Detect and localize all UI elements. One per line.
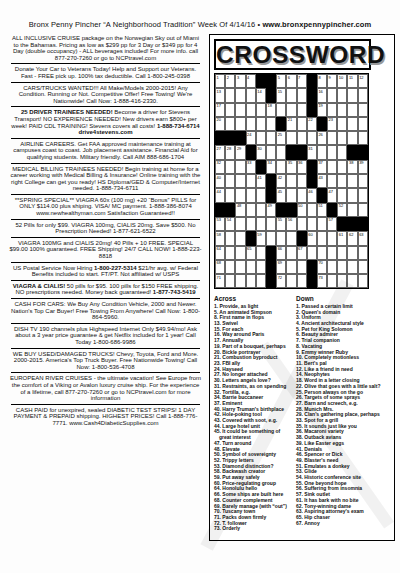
grid-cell[interactable]: 23 <box>327 117 337 131</box>
grid-cell[interactable]: 63 <box>358 231 368 245</box>
grid-cell[interactable] <box>256 203 266 217</box>
ad-divider <box>11 138 200 139</box>
grid-cell[interactable]: 65 <box>246 246 256 260</box>
classified-ad: CARS/TRUCKS WANTED!!! All Make/Models 20… <box>7 84 204 106</box>
cell-number: 16 <box>318 89 322 94</box>
black-cell <box>266 274 276 288</box>
cell-number: 70 <box>318 260 322 265</box>
cell-number: 73 <box>318 275 322 280</box>
grid-cell[interactable]: 44 <box>215 188 225 202</box>
grid-cell[interactable]: 41 <box>256 174 266 188</box>
grid-cell[interactable]: 24 <box>246 131 256 145</box>
grid-cell[interactable]: 18 <box>266 103 276 117</box>
clue-item: 73. Orderly <box>214 526 291 532</box>
black-cell <box>225 203 235 217</box>
grid-cell[interactable] <box>317 145 327 159</box>
grid-cell[interactable]: 35 <box>286 160 296 174</box>
black-cell <box>317 117 327 131</box>
grid-cell[interactable] <box>256 188 266 202</box>
grid-cell[interactable]: 50 <box>297 203 307 217</box>
grid-cell[interactable] <box>225 117 235 131</box>
grid-cell[interactable] <box>225 274 235 288</box>
grid-cell[interactable]: 66 <box>276 246 286 260</box>
grid-cell[interactable] <box>235 88 245 102</box>
grid-cell[interactable]: 47 <box>327 188 337 202</box>
grid-cell[interactable] <box>246 260 256 274</box>
grid-cell[interactable]: 39 <box>358 160 368 174</box>
grid-cell[interactable]: 21 <box>286 117 296 131</box>
grid-cell[interactable] <box>225 160 235 174</box>
grid-cell[interactable]: 54 <box>225 217 235 231</box>
cell-number: 37 <box>318 160 322 165</box>
cell-number: 64 <box>217 246 221 251</box>
grid-cell[interactable] <box>256 246 266 260</box>
grid-cell[interactable]: 56 <box>286 217 296 231</box>
grid-cell[interactable] <box>347 103 357 117</box>
black-cell <box>358 217 368 231</box>
classified-ad: EUROPEAN RIVER CRUISES - the ultimate va… <box>7 374 204 402</box>
cell-number: 53 <box>217 217 221 222</box>
grid-cell[interactable] <box>337 103 347 117</box>
grid-cell[interactable] <box>327 103 337 117</box>
black-cell <box>307 74 317 88</box>
grid-cell[interactable] <box>347 274 357 288</box>
grid-cell[interactable]: 29 <box>235 145 245 159</box>
grid-cell[interactable]: 28 <box>225 145 235 159</box>
grid-cell[interactable]: 64 <box>215 246 225 260</box>
grid-cell[interactable]: 59 <box>256 231 266 245</box>
cell-number: 51 <box>318 203 322 208</box>
black-cell <box>307 274 317 288</box>
grid-cell[interactable]: 45 <box>276 188 286 202</box>
cell-number: 27 <box>217 146 221 151</box>
cell-number: 34 <box>267 160 271 165</box>
grid-cell[interactable]: 13 <box>215 88 225 102</box>
grid-cell[interactable] <box>297 217 307 231</box>
grid-cell[interactable]: 17 <box>215 103 225 117</box>
cell-number: 10 <box>339 75 343 80</box>
grid-cell[interactable] <box>246 103 256 117</box>
grid-cell[interactable]: 5 <box>276 74 286 88</box>
grid-cell[interactable] <box>235 117 245 131</box>
cell-number: 60 <box>308 232 312 237</box>
grid-cell[interactable] <box>286 274 296 288</box>
grid-cell[interactable] <box>276 231 286 245</box>
grid-cell[interactable] <box>358 260 368 274</box>
grid-cell[interactable] <box>337 274 347 288</box>
grid-cell[interactable] <box>358 117 368 131</box>
grid-cell[interactable] <box>235 174 245 188</box>
cell-number: 57 <box>329 217 333 222</box>
grid-cell[interactable]: 60 <box>307 231 317 245</box>
grid-cell[interactable] <box>297 188 307 202</box>
cell-number: 58 <box>217 232 221 237</box>
grid-cell[interactable] <box>327 131 337 145</box>
grid-cell[interactable] <box>286 131 296 145</box>
cell-number: 56 <box>288 217 292 222</box>
grid-cell[interactable]: 19 <box>317 103 327 117</box>
cell-number: 66 <box>278 246 282 251</box>
ad-divider <box>11 237 200 238</box>
cell-number: 46 <box>308 189 312 194</box>
classified-ad: VIAGRA & CIALIS! 50 pills for $95. 100 p… <box>7 282 204 297</box>
grid-cell[interactable] <box>246 188 256 202</box>
black-cell <box>266 174 276 188</box>
grid-cell[interactable] <box>225 174 235 188</box>
grid-cell[interactable] <box>256 131 266 145</box>
classified-ad: WE BUY USED/DAMAGED TRUCKS! Chevy, Toyot… <box>7 350 204 372</box>
grid-cell[interactable] <box>266 231 276 245</box>
cell-number: 7 <box>298 75 300 80</box>
cell-number: 20 <box>217 117 221 122</box>
cell-number: 14 <box>257 89 261 94</box>
grid-cell[interactable]: 46 <box>307 188 317 202</box>
ad-divider <box>11 82 200 83</box>
ad-divider <box>11 106 200 107</box>
cell-number: 61 <box>339 232 343 237</box>
grid-cell[interactable] <box>235 274 245 288</box>
grid-cell[interactable]: 14 <box>256 88 266 102</box>
grid-cell[interactable] <box>337 174 347 188</box>
black-cell <box>215 203 225 217</box>
ad-divider <box>11 163 200 164</box>
grid-cell[interactable] <box>347 174 357 188</box>
black-cell <box>266 260 276 274</box>
cell-number: 8 <box>318 75 320 80</box>
grid-cell[interactable] <box>276 160 286 174</box>
grid-cell[interactable] <box>225 188 235 202</box>
cell-number: 45 <box>278 189 282 194</box>
grid-cell[interactable] <box>235 260 245 274</box>
grid-cell[interactable]: 4 <box>246 74 256 88</box>
grid-cell[interactable]: 61 <box>337 231 347 245</box>
grid-cell[interactable]: 11 <box>347 74 357 88</box>
grid-cell[interactable]: 3 <box>235 74 245 88</box>
grid-cell[interactable]: 69 <box>276 260 286 274</box>
ad-divider <box>11 262 200 263</box>
grid-cell[interactable]: 71 <box>215 274 225 288</box>
cell-number: 18 <box>267 103 271 108</box>
grid-cell[interactable]: 33 <box>246 160 256 174</box>
cell-number: 40 <box>217 175 221 180</box>
grid-cell[interactable] <box>347 246 357 260</box>
grid-cell[interactable] <box>286 103 296 117</box>
grid-cell[interactable] <box>327 88 337 102</box>
grid-cell[interactable] <box>337 188 347 202</box>
black-cell <box>235 131 245 145</box>
grid-cell[interactable] <box>225 246 235 260</box>
grid-cell[interactable] <box>337 131 347 145</box>
grid-cell[interactable] <box>327 231 337 245</box>
grid-cell[interactable]: 36 <box>297 160 307 174</box>
crossword-grid: 1234567891011121314151617181920212223242… <box>214 73 369 289</box>
grid-cell[interactable] <box>266 131 276 145</box>
grid-cell[interactable] <box>246 274 256 288</box>
grid-cell[interactable] <box>337 88 347 102</box>
grid-cell[interactable] <box>347 88 357 102</box>
grid-cell[interactable]: 2 <box>225 74 235 88</box>
grid-cell[interactable] <box>337 246 347 260</box>
grid-cell[interactable] <box>246 203 256 217</box>
grid-cell[interactable] <box>266 217 276 231</box>
grid-cell[interactable] <box>297 174 307 188</box>
grid-cell[interactable]: 51 <box>317 203 327 217</box>
crossword-feature: CROSSWORD 123456789101112131415161718192… <box>209 34 395 541</box>
grid-cell[interactable] <box>297 274 307 288</box>
across-clues: Across 1. Provide, as light5. An animate… <box>214 295 291 532</box>
classified-ad: CASH FOR CARS: We Buy Any Condition Vehi… <box>7 300 204 322</box>
grid-cell[interactable] <box>225 260 235 274</box>
classified-ad: ALL INCLUSIVE CRUISE package on the Norw… <box>7 34 204 62</box>
grid-cell[interactable] <box>225 103 235 117</box>
grid-cell[interactable]: 20 <box>215 117 225 131</box>
grid-cell[interactable]: 43 <box>317 174 327 188</box>
down-clues: Down 1. Passed a certain limit2. Queen's… <box>296 295 391 532</box>
grid-cell[interactable] <box>347 188 357 202</box>
grid-cell[interactable] <box>256 260 266 274</box>
grid-cell[interactable] <box>327 274 337 288</box>
grid-cell[interactable]: 67 <box>297 246 307 260</box>
grid-cell[interactable]: 58 <box>215 231 225 245</box>
grid-cell[interactable] <box>337 160 347 174</box>
cell-number: 3 <box>237 75 239 80</box>
grid-cell[interactable] <box>286 88 296 102</box>
cell-number: 39 <box>359 160 363 165</box>
grid-cell[interactable] <box>256 274 266 288</box>
grid-cell[interactable]: 55 <box>276 217 286 231</box>
cell-number: 52 <box>339 203 343 208</box>
grid-cell[interactable]: 70 <box>317 260 327 274</box>
grid-cell[interactable] <box>246 217 256 231</box>
cell-number: 38 <box>349 160 353 165</box>
grid-cell[interactable] <box>266 117 276 131</box>
grid-cell[interactable]: 37 <box>317 160 327 174</box>
grid-cell[interactable] <box>256 217 266 231</box>
grid-cell[interactable] <box>286 231 296 245</box>
black-cell <box>317 188 327 202</box>
black-cell <box>276 117 286 131</box>
grid-cell[interactable]: 32 <box>215 160 225 174</box>
grid-cell[interactable] <box>358 188 368 202</box>
grid-cell[interactable] <box>286 174 296 188</box>
cell-number: 62 <box>349 232 353 237</box>
grid-cell[interactable] <box>297 88 307 102</box>
grid-cell[interactable]: 1 <box>215 74 225 88</box>
grid-cell[interactable] <box>327 246 337 260</box>
black-cell <box>276 203 286 217</box>
black-cell <box>266 188 276 202</box>
grid-cell[interactable] <box>327 260 337 274</box>
grid-cell[interactable] <box>297 103 307 117</box>
clue-item: 67. Annoy <box>296 521 391 527</box>
grid-cell[interactable] <box>235 231 245 245</box>
ad-divider <box>11 194 200 195</box>
grid-cell[interactable] <box>327 160 337 174</box>
grid-cell[interactable] <box>327 174 337 188</box>
cell-number: 44 <box>217 189 221 194</box>
black-cell <box>307 160 317 174</box>
grid-cell[interactable]: 48 <box>235 203 245 217</box>
cell-number: 22 <box>308 117 312 122</box>
black-cell <box>347 145 357 159</box>
grid-cell[interactable] <box>307 217 317 231</box>
grid-cell[interactable]: 27 <box>215 145 225 159</box>
grid-cell[interactable]: 8 <box>317 74 327 88</box>
grid-cell[interactable] <box>358 131 368 145</box>
grid-cell[interactable]: 16 <box>317 88 327 102</box>
grid-cell[interactable]: 34 <box>266 160 276 174</box>
cell-number: 65 <box>247 246 251 251</box>
grid-cell[interactable] <box>317 246 327 260</box>
ad-divider <box>11 298 200 299</box>
black-cell <box>266 74 276 88</box>
cell-number: 41 <box>257 175 261 180</box>
grid-cell[interactable]: 7 <box>297 74 307 88</box>
cell-number: 25 <box>278 132 282 137</box>
cell-number: 63 <box>359 232 363 237</box>
grid-cell[interactable]: 15 <box>276 88 286 102</box>
grid-cell[interactable] <box>297 117 307 131</box>
grid-cell[interactable]: 42 <box>276 174 286 188</box>
black-cell <box>358 145 368 159</box>
grid-cell[interactable] <box>235 103 245 117</box>
cell-number: 42 <box>278 175 282 180</box>
classified-ad: DISH TV 190 channels plus Highspeed Inte… <box>7 325 204 347</box>
cell-number: 17 <box>217 103 221 108</box>
grid-cell[interactable]: 62 <box>347 231 357 245</box>
page-content: ALL INCLUSIVE CRUISE package on the Norw… <box>0 29 400 541</box>
grid-cell[interactable]: 40 <box>215 174 225 188</box>
cell-number: 5 <box>278 75 280 80</box>
classified-ad: 25 DRIVER TRAINEES NEEDED! Become a driv… <box>7 108 204 136</box>
grid-cell[interactable] <box>256 117 266 131</box>
cell-number: 26 <box>318 132 322 137</box>
grid-cell[interactable] <box>246 174 256 188</box>
crossword-title: CROSSWORD <box>214 39 371 70</box>
cell-number: 55 <box>278 217 282 222</box>
cell-number: 67 <box>298 246 302 251</box>
grid-cell[interactable] <box>358 103 368 117</box>
cell-number: 36 <box>298 160 302 165</box>
grid-cell[interactable] <box>225 88 235 102</box>
cell-number: 72 <box>278 275 282 280</box>
grid-cell[interactable] <box>347 131 357 145</box>
grid-cell[interactable] <box>347 117 357 131</box>
grid-cell[interactable] <box>235 188 245 202</box>
grid-cell[interactable] <box>347 203 357 217</box>
grid-cell[interactable]: 49 <box>266 203 276 217</box>
black-cell <box>225 131 235 145</box>
cell-number: 13 <box>217 89 221 94</box>
cell-number: 49 <box>267 203 271 208</box>
grid-cell[interactable] <box>307 131 317 145</box>
grid-cell[interactable] <box>358 88 368 102</box>
classified-ad: US Postal Service Now Hiring 1-800-227-5… <box>7 264 204 279</box>
grid-cell[interactable] <box>276 145 286 159</box>
grid-cell[interactable] <box>286 260 296 274</box>
classified-ad: CASH PAID for unexpired, sealed DIABETIC… <box>7 406 204 428</box>
classifieds-column: ALL INCLUSIVE CRUISE package on the Norw… <box>7 34 204 428</box>
grid-cell[interactable] <box>246 117 256 131</box>
grid-cell[interactable] <box>246 88 256 102</box>
grid-cell[interactable] <box>337 260 347 274</box>
cell-number: 48 <box>237 203 241 208</box>
grid-cell[interactable]: 25 <box>276 131 286 145</box>
grid-cell[interactable] <box>235 217 245 231</box>
black-cell <box>327 203 337 217</box>
grid-cell[interactable]: 68 <box>215 260 225 274</box>
cell-number: 54 <box>227 217 231 222</box>
grid-cell[interactable]: 72 <box>276 274 286 288</box>
grid-cell[interactable]: 6 <box>286 74 296 88</box>
grid-cell[interactable] <box>256 103 266 117</box>
ad-divider <box>11 63 200 64</box>
cell-number: 59 <box>257 232 261 237</box>
grid-cell[interactable]: 10 <box>337 74 347 88</box>
grid-cell[interactable] <box>358 174 368 188</box>
grid-cell[interactable]: 53 <box>215 217 225 231</box>
grid-cell[interactable] <box>286 188 296 202</box>
cell-number: 68 <box>217 260 221 265</box>
grid-cell[interactable] <box>297 260 307 274</box>
classified-ad: MEDICAL BILLING TRAINEES NEEDED! Begin t… <box>7 165 204 193</box>
cell-number: 69 <box>278 260 282 265</box>
black-cell <box>266 246 276 260</box>
classified-ad: Donate Your Car to Veterans Today! Help … <box>7 65 204 80</box>
cell-number: 2 <box>227 75 229 80</box>
grid-cell[interactable] <box>297 131 307 145</box>
grid-cell[interactable] <box>327 145 337 159</box>
black-cell <box>286 145 296 159</box>
grid-cell[interactable] <box>317 231 327 245</box>
grid-cell[interactable] <box>358 203 368 217</box>
grid-cell[interactable] <box>276 103 286 117</box>
grid-cell[interactable]: 57 <box>327 217 337 231</box>
grid-cell[interactable] <box>347 260 357 274</box>
cell-number: 29 <box>237 146 241 151</box>
grid-cell[interactable] <box>235 246 245 260</box>
masthead-url: www.bronxpennypincher.com <box>262 20 371 29</box>
grid-cell[interactable]: 38 <box>347 160 357 174</box>
grid-cell[interactable] <box>225 231 235 245</box>
masthead-text: Bronx Penny Pincher “A Neighborhood Trad… <box>29 20 263 29</box>
grid-cell[interactable] <box>235 160 245 174</box>
cell-number: 28 <box>227 146 231 151</box>
grid-cell[interactable]: 73 <box>317 274 327 288</box>
black-cell <box>307 88 317 102</box>
cell-number: 30 <box>257 146 261 151</box>
grid-cell[interactable]: 31 <box>307 145 317 159</box>
grid-cell[interactable]: 22 <box>307 117 317 131</box>
grid-cell[interactable] <box>358 246 368 260</box>
grid-cell[interactable]: 52 <box>337 203 347 217</box>
grid-cell[interactable] <box>307 203 317 217</box>
grid-cell[interactable] <box>337 117 347 131</box>
grid-cell[interactable]: 26 <box>317 131 327 145</box>
grid-cell[interactable] <box>307 246 317 260</box>
black-cell <box>246 231 256 245</box>
grid-cell[interactable]: 12 <box>358 74 368 88</box>
cell-number: 24 <box>247 132 251 137</box>
grid-cell[interactable]: 30 <box>256 145 266 159</box>
grid-cell[interactable] <box>337 145 347 159</box>
grid-cell[interactable] <box>317 217 327 231</box>
grid-cell[interactable]: 9 <box>327 74 337 88</box>
black-cell <box>297 231 307 245</box>
grid-cell[interactable] <box>286 246 296 260</box>
grid-cell[interactable] <box>266 145 276 159</box>
grid-cell[interactable] <box>358 274 368 288</box>
